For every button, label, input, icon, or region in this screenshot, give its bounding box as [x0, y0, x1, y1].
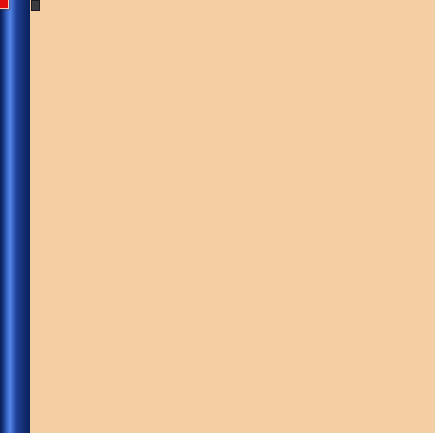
red-square-marker — [0, 0, 9, 9]
left-sidebar[interactable] — [0, 0, 30, 433]
go-board[interactable] — [0, 0, 435, 433]
scrollbar-notch — [31, 0, 40, 11]
go-application-window — [0, 0, 435, 433]
